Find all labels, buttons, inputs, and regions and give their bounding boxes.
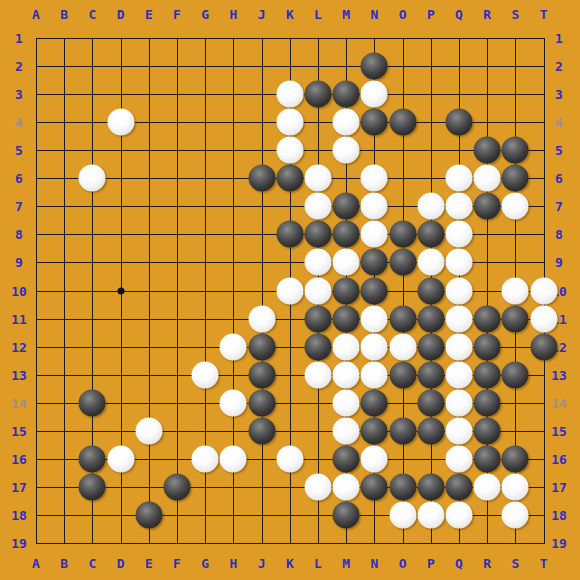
stone-black-M3	[333, 81, 360, 108]
stone-black-S5	[502, 137, 529, 164]
col-label-bottom-R: R	[483, 557, 491, 570]
col-label-top-L: L	[314, 8, 322, 21]
col-label-bottom-S: S	[511, 557, 519, 570]
col-label-top-O: O	[399, 8, 407, 21]
row-label-left-10: 10	[11, 284, 27, 297]
stone-white-C6	[79, 165, 106, 192]
stone-black-J14	[248, 389, 275, 416]
col-label-top-M: M	[342, 8, 350, 21]
stone-black-O11	[389, 305, 416, 332]
stone-black-K8	[276, 221, 303, 248]
stone-white-T11	[530, 305, 557, 332]
row-label-left-3: 3	[15, 88, 23, 101]
stone-black-N2	[361, 53, 388, 80]
col-label-top-T: T	[540, 8, 548, 21]
stone-black-R7	[474, 193, 501, 220]
stone-black-S6	[502, 165, 529, 192]
stone-white-P7	[417, 193, 444, 220]
row-label-right-4: 4	[555, 116, 563, 129]
stone-white-K5	[276, 137, 303, 164]
grid-hline-19	[36, 543, 545, 544]
stone-white-N11	[361, 305, 388, 332]
stone-black-K6	[276, 165, 303, 192]
stone-white-M4	[333, 109, 360, 136]
stone-black-O15	[389, 417, 416, 444]
stone-white-L6	[305, 165, 332, 192]
stone-black-C16	[79, 445, 106, 472]
stone-black-C14	[79, 389, 106, 416]
col-label-top-Q: Q	[455, 8, 463, 21]
row-label-right-15: 15	[551, 424, 567, 437]
col-label-bottom-E: E	[145, 557, 153, 570]
row-label-right-6: 6	[555, 172, 563, 185]
stone-white-O18	[389, 501, 416, 528]
stone-black-P17	[417, 473, 444, 500]
stone-white-D4	[107, 109, 134, 136]
stone-black-M11	[333, 305, 360, 332]
row-label-left-12: 12	[11, 340, 27, 353]
stone-white-E15	[135, 417, 162, 444]
col-label-top-E: E	[145, 8, 153, 21]
stone-black-O9	[389, 249, 416, 276]
stone-black-M16	[333, 445, 360, 472]
stone-white-Q13	[446, 361, 473, 388]
stone-white-L9	[305, 249, 332, 276]
stone-black-E18	[135, 501, 162, 528]
col-label-top-N: N	[370, 8, 378, 21]
stone-black-N15	[361, 417, 388, 444]
col-label-top-G: G	[201, 8, 209, 21]
stone-white-Q6	[446, 165, 473, 192]
stone-black-J15	[248, 417, 275, 444]
stone-white-G16	[192, 445, 219, 472]
stone-black-P15	[417, 417, 444, 444]
row-label-right-8: 8	[555, 228, 563, 241]
stone-white-N6	[361, 165, 388, 192]
stone-white-Q14	[446, 389, 473, 416]
stone-white-L17	[305, 473, 332, 500]
row-label-left-8: 8	[15, 228, 23, 241]
col-label-bottom-D: D	[117, 557, 125, 570]
stone-white-M5	[333, 137, 360, 164]
stone-black-Q17	[446, 473, 473, 500]
row-label-left-4: 4	[15, 116, 23, 129]
row-label-left-18: 18	[11, 508, 27, 521]
stone-black-R15	[474, 417, 501, 444]
row-label-left-6: 6	[15, 172, 23, 185]
stone-white-H12	[220, 333, 247, 360]
stone-white-M17	[333, 473, 360, 500]
col-label-top-P: P	[427, 8, 435, 21]
col-label-bottom-L: L	[314, 557, 322, 570]
stone-black-L8	[305, 221, 332, 248]
stone-white-N8	[361, 221, 388, 248]
stone-white-N13	[361, 361, 388, 388]
col-label-top-K: K	[286, 8, 294, 21]
stone-black-J6	[248, 165, 275, 192]
stone-black-R5	[474, 137, 501, 164]
col-label-bottom-O: O	[399, 557, 407, 570]
stone-white-P9	[417, 249, 444, 276]
row-label-right-16: 16	[551, 452, 567, 465]
stone-white-Q15	[446, 417, 473, 444]
stone-white-P18	[417, 501, 444, 528]
col-label-bottom-H: H	[229, 557, 237, 570]
stone-black-N17	[361, 473, 388, 500]
row-label-right-3: 3	[555, 88, 563, 101]
stone-white-M12	[333, 333, 360, 360]
stone-white-Q12	[446, 333, 473, 360]
stone-black-P13	[417, 361, 444, 388]
col-label-top-F: F	[173, 8, 181, 21]
stone-white-K16	[276, 445, 303, 472]
stone-white-K3	[276, 81, 303, 108]
stone-white-L13	[305, 361, 332, 388]
stone-white-Q10	[446, 277, 473, 304]
stone-black-L11	[305, 305, 332, 332]
row-label-left-19: 19	[11, 536, 27, 549]
row-label-left-5: 5	[15, 144, 23, 157]
stone-black-J12	[248, 333, 275, 360]
row-label-right-14: 14	[551, 396, 567, 409]
stone-white-R17	[474, 473, 501, 500]
stone-white-Q16	[446, 445, 473, 472]
stone-black-M10	[333, 277, 360, 304]
stone-white-N16	[361, 445, 388, 472]
row-label-right-18: 18	[551, 508, 567, 521]
col-label-bottom-T: T	[540, 557, 548, 570]
col-label-bottom-F: F	[173, 557, 181, 570]
stone-black-R14	[474, 389, 501, 416]
stone-black-J13	[248, 361, 275, 388]
stone-black-P10	[417, 277, 444, 304]
stone-white-Q18	[446, 501, 473, 528]
col-label-bottom-M: M	[342, 557, 350, 570]
row-label-right-9: 9	[555, 256, 563, 269]
stone-white-H16	[220, 445, 247, 472]
stone-black-O17	[389, 473, 416, 500]
stone-white-M9	[333, 249, 360, 276]
stone-black-N14	[361, 389, 388, 416]
stone-black-S13	[502, 361, 529, 388]
stone-white-S10	[502, 277, 529, 304]
stone-black-F17	[164, 473, 191, 500]
stone-black-R13	[474, 361, 501, 388]
stone-white-K4	[276, 109, 303, 136]
stone-black-N10	[361, 277, 388, 304]
row-label-left-16: 16	[11, 452, 27, 465]
stone-black-T12	[530, 333, 557, 360]
col-label-bottom-P: P	[427, 557, 435, 570]
row-label-left-13: 13	[11, 368, 27, 381]
stone-black-N4	[361, 109, 388, 136]
stone-black-C17	[79, 473, 106, 500]
stone-black-P14	[417, 389, 444, 416]
col-label-top-R: R	[483, 8, 491, 21]
col-label-top-A: A	[32, 8, 40, 21]
row-label-right-5: 5	[555, 144, 563, 157]
col-label-bottom-B: B	[60, 557, 68, 570]
stone-white-J11	[248, 305, 275, 332]
row-label-right-17: 17	[551, 480, 567, 493]
row-label-left-7: 7	[15, 200, 23, 213]
col-label-bottom-J: J	[258, 557, 266, 570]
col-label-bottom-K: K	[286, 557, 294, 570]
col-label-bottom-N: N	[370, 557, 378, 570]
stone-white-H14	[220, 389, 247, 416]
stone-black-L3	[305, 81, 332, 108]
stone-white-M13	[333, 361, 360, 388]
stone-black-M18	[333, 501, 360, 528]
col-label-bottom-G: G	[201, 557, 209, 570]
col-label-top-H: H	[229, 8, 237, 21]
stone-white-S7	[502, 193, 529, 220]
stone-white-M14	[333, 389, 360, 416]
col-label-top-B: B	[60, 8, 68, 21]
stone-black-M7	[333, 193, 360, 220]
stone-white-T10	[530, 277, 557, 304]
stone-black-R12	[474, 333, 501, 360]
col-label-top-S: S	[511, 8, 519, 21]
row-label-left-15: 15	[11, 424, 27, 437]
row-label-left-9: 9	[15, 256, 23, 269]
row-label-right-7: 7	[555, 200, 563, 213]
stone-white-S18	[502, 501, 529, 528]
stone-white-N3	[361, 81, 388, 108]
row-label-left-1: 1	[15, 32, 23, 45]
go-board: AABBCCDDEEFFGGHHJJKKLLMMNNOOPPQQRRSSTT11…	[0, 0, 580, 580]
stone-white-N7	[361, 193, 388, 220]
col-label-bottom-Q: Q	[455, 557, 463, 570]
stone-white-L10	[305, 277, 332, 304]
stone-black-O4	[389, 109, 416, 136]
row-label-right-1: 1	[555, 32, 563, 45]
col-label-top-D: D	[117, 8, 125, 21]
stone-black-R16	[474, 445, 501, 472]
col-label-bottom-C: C	[88, 557, 96, 570]
stone-white-Q11	[446, 305, 473, 332]
col-label-top-C: C	[88, 8, 96, 21]
stone-white-G13	[192, 361, 219, 388]
stone-white-R6	[474, 165, 501, 192]
stone-black-S16	[502, 445, 529, 472]
stone-white-Q7	[446, 193, 473, 220]
stone-white-N12	[361, 333, 388, 360]
row-label-left-2: 2	[15, 60, 23, 73]
stone-black-P12	[417, 333, 444, 360]
col-label-bottom-A: A	[32, 557, 40, 570]
stone-white-K10	[276, 277, 303, 304]
stone-white-Q9	[446, 249, 473, 276]
stone-black-S11	[502, 305, 529, 332]
stone-white-L7	[305, 193, 332, 220]
stone-black-N9	[361, 249, 388, 276]
row-label-right-19: 19	[551, 536, 567, 549]
stone-black-P8	[417, 221, 444, 248]
col-label-top-J: J	[258, 8, 266, 21]
stone-white-Q8	[446, 221, 473, 248]
stone-white-O12	[389, 333, 416, 360]
stone-black-O13	[389, 361, 416, 388]
stone-black-P11	[417, 305, 444, 332]
stone-black-L12	[305, 333, 332, 360]
stone-black-R11	[474, 305, 501, 332]
stone-white-S17	[502, 473, 529, 500]
row-label-left-17: 17	[11, 480, 27, 493]
stone-black-M8	[333, 221, 360, 248]
stone-white-M15	[333, 417, 360, 444]
stone-white-D16	[107, 445, 134, 472]
row-label-right-13: 13	[551, 368, 567, 381]
stone-black-Q4	[446, 109, 473, 136]
row-label-right-2: 2	[555, 60, 563, 73]
star-point-D10	[117, 287, 124, 294]
row-label-left-14: 14	[11, 396, 27, 409]
stone-black-O8	[389, 221, 416, 248]
row-label-left-11: 11	[11, 312, 27, 325]
